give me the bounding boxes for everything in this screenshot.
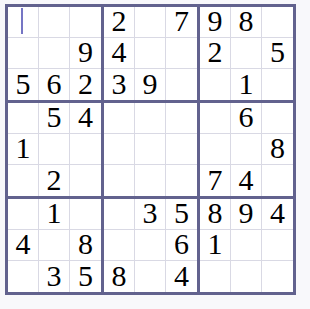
- block-3-1: 14835: [8, 199, 104, 292]
- cell-r5c1[interactable]: 1: [8, 134, 39, 165]
- cell-r2c3[interactable]: 9: [70, 38, 101, 69]
- cell-r8c2[interactable]: [39, 230, 70, 261]
- cell-r8c8[interactable]: [231, 230, 262, 261]
- cell-r8c6[interactable]: 6: [166, 230, 197, 261]
- cell-r2c1[interactable]: [8, 38, 39, 69]
- sudoku-board: 956227439982515412687414835356848941: [5, 4, 296, 295]
- cell-r5c5[interactable]: [135, 134, 166, 165]
- cell-r6c1[interactable]: [8, 165, 39, 196]
- cell-r4c4[interactable]: [104, 103, 135, 134]
- cell-r9c3[interactable]: 5: [70, 261, 101, 292]
- cell-digit: 3: [47, 261, 62, 293]
- cell-digit: 5: [16, 69, 31, 101]
- cell-digit: 4: [78, 102, 93, 134]
- cell-r3c9[interactable]: [262, 69, 293, 100]
- cell-r5c3[interactable]: [70, 134, 101, 165]
- cell-r5c8[interactable]: [231, 134, 262, 165]
- cell-r9c4[interactable]: 8: [104, 261, 135, 292]
- cell-r5c7[interactable]: [200, 134, 231, 165]
- cell-r1c2[interactable]: [39, 7, 70, 38]
- cell-r7c3[interactable]: [70, 199, 101, 230]
- block-3-3: 8941: [200, 199, 293, 292]
- cell-r4c5[interactable]: [135, 103, 166, 134]
- cell-r8c7[interactable]: 1: [200, 230, 231, 261]
- cell-digit: 1: [239, 69, 254, 101]
- cell-r9c8[interactable]: [231, 261, 262, 292]
- cell-digit: 9: [78, 37, 93, 69]
- cell-r2c2[interactable]: [39, 38, 70, 69]
- cell-r1c8[interactable]: 8: [231, 7, 262, 38]
- cell-digit: 2: [112, 6, 127, 38]
- cell-digit: 2: [47, 165, 62, 197]
- cell-r8c1[interactable]: 4: [8, 230, 39, 261]
- cell-digit: 8: [270, 133, 285, 165]
- cell-r2c8[interactable]: [231, 38, 262, 69]
- cell-digit: 9: [143, 69, 158, 101]
- cell-digit: 1: [208, 229, 223, 261]
- cell-digit: 4: [270, 198, 285, 230]
- cell-digit: 4: [16, 229, 31, 261]
- cell-r3c4[interactable]: 3: [104, 69, 135, 100]
- cell-r3c5[interactable]: 9: [135, 69, 166, 100]
- cell-r8c5[interactable]: [135, 230, 166, 261]
- cell-digit: 5: [78, 261, 93, 293]
- cell-r3c1[interactable]: 5: [8, 69, 39, 100]
- cell-r4c9[interactable]: [262, 103, 293, 134]
- cell-r9c2[interactable]: 3: [39, 261, 70, 292]
- cell-digit: 7: [208, 165, 223, 197]
- cell-r1c3[interactable]: [70, 7, 101, 38]
- cell-digit: 5: [47, 102, 62, 134]
- block-1-2: 27439: [104, 7, 200, 103]
- cell-r9c6[interactable]: 4: [166, 261, 197, 292]
- cell-r8c3[interactable]: 8: [70, 230, 101, 261]
- cell-r2c7[interactable]: 2: [200, 38, 231, 69]
- cell-digit: 9: [208, 6, 223, 38]
- cell-r9c1[interactable]: [8, 261, 39, 292]
- cell-digit: 8: [112, 261, 127, 293]
- cell-r4c2[interactable]: 5: [39, 103, 70, 134]
- cell-r3c8[interactable]: 1: [231, 69, 262, 100]
- cell-r3c2[interactable]: 6: [39, 69, 70, 100]
- text-cursor: [21, 8, 23, 34]
- cell-digit: 9: [239, 198, 254, 230]
- cell-digit: 8: [78, 229, 93, 261]
- cell-digit: 1: [16, 133, 31, 165]
- block-1-3: 98251: [200, 7, 293, 103]
- cell-r2c4[interactable]: 4: [104, 38, 135, 69]
- cell-r8c9[interactable]: [262, 230, 293, 261]
- block-2-3: 6874: [200, 103, 293, 199]
- block-3-2: 35684: [104, 199, 200, 292]
- cell-r6c8[interactable]: 4: [231, 165, 262, 196]
- block-2-2: [104, 103, 200, 199]
- cell-r9c7[interactable]: [200, 261, 231, 292]
- cell-digit: 3: [143, 198, 158, 230]
- cell-r5c4[interactable]: [104, 134, 135, 165]
- cell-digit: 6: [174, 229, 189, 261]
- cell-r5c6[interactable]: [166, 134, 197, 165]
- cell-r6c5[interactable]: [135, 165, 166, 196]
- block-2-1: 5412: [8, 103, 104, 199]
- cell-r3c3[interactable]: 2: [70, 69, 101, 100]
- cell-digit: 1: [47, 198, 62, 230]
- cell-digit: 2: [78, 69, 93, 101]
- cell-r7c4[interactable]: [104, 199, 135, 230]
- cell-r1c9[interactable]: [262, 7, 293, 38]
- cell-r4c3[interactable]: 4: [70, 103, 101, 134]
- cell-digit: 4: [174, 261, 189, 293]
- cell-r7c2[interactable]: 1: [39, 199, 70, 230]
- cell-r5c2[interactable]: [39, 134, 70, 165]
- cell-digit: 5: [174, 198, 189, 230]
- cell-digit: 5: [270, 37, 285, 69]
- block-1-1: 9562: [8, 7, 104, 103]
- cell-r4c8[interactable]: 6: [231, 103, 262, 134]
- cell-digit: 2: [208, 37, 223, 69]
- cell-r1c1[interactable]: [8, 7, 39, 38]
- cell-r3c6[interactable]: [166, 69, 197, 100]
- cell-r1c4[interactable]: 2: [104, 7, 135, 38]
- cell-r1c6[interactable]: 7: [166, 7, 197, 38]
- cell-r7c1[interactable]: [8, 199, 39, 230]
- cell-r1c7[interactable]: 9: [200, 7, 231, 38]
- cell-r6c4[interactable]: [104, 165, 135, 196]
- cell-digit: 8: [208, 198, 223, 230]
- cell-r7c5[interactable]: 3: [135, 199, 166, 230]
- cell-r3c7[interactable]: [200, 69, 231, 100]
- cell-r7c9[interactable]: 4: [262, 199, 293, 230]
- cell-r4c6[interactable]: [166, 103, 197, 134]
- cell-r9c5[interactable]: [135, 261, 166, 292]
- cell-r5c9[interactable]: 8: [262, 134, 293, 165]
- cell-r4c1[interactable]: [8, 103, 39, 134]
- cell-r8c4[interactable]: [104, 230, 135, 261]
- cell-r7c8[interactable]: 9: [231, 199, 262, 230]
- cell-digit: 6: [239, 102, 254, 134]
- cell-r6c6[interactable]: [166, 165, 197, 196]
- cell-r6c3[interactable]: [70, 165, 101, 196]
- cell-digit: 8: [239, 6, 254, 38]
- cell-r2c6[interactable]: [166, 38, 197, 69]
- cell-r4c7[interactable]: [200, 103, 231, 134]
- cell-r6c9[interactable]: [262, 165, 293, 196]
- cell-digit: 3: [112, 69, 127, 101]
- cell-digit: 4: [112, 37, 127, 69]
- cell-r1c5[interactable]: [135, 7, 166, 38]
- cell-r9c9[interactable]: [262, 261, 293, 292]
- cell-r7c7[interactable]: 8: [200, 199, 231, 230]
- cell-r6c7[interactable]: 7: [200, 165, 231, 196]
- cell-digit: 7: [174, 6, 189, 38]
- cell-r2c5[interactable]: [135, 38, 166, 69]
- cell-digit: 4: [239, 165, 254, 197]
- cell-r7c6[interactable]: 5: [166, 199, 197, 230]
- cell-r2c9[interactable]: 5: [262, 38, 293, 69]
- cell-digit: 6: [47, 69, 62, 101]
- cell-r6c2[interactable]: 2: [39, 165, 70, 196]
